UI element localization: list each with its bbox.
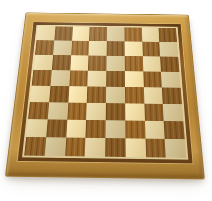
board-grid (24, 26, 186, 158)
square-b3[interactable] (48, 102, 68, 119)
square-f7[interactable] (124, 41, 142, 56)
square-d8[interactable] (89, 27, 107, 41)
square-e2[interactable] (105, 120, 125, 138)
square-d2[interactable] (86, 120, 106, 138)
square-f5[interactable] (125, 71, 144, 87)
square-c1[interactable] (65, 138, 86, 157)
frame-dark-trim-band (17, 22, 194, 165)
square-d7[interactable] (89, 41, 107, 56)
square-c7[interactable] (71, 41, 89, 56)
square-h3[interactable] (163, 104, 183, 121)
square-d3[interactable] (86, 103, 106, 120)
square-g7[interactable] (142, 42, 160, 57)
square-f8[interactable] (124, 27, 142, 41)
square-a3[interactable] (28, 102, 49, 119)
square-a6[interactable] (33, 55, 53, 70)
square-g4[interactable] (143, 87, 163, 104)
board-frame (5, 12, 205, 179)
square-e7[interactable] (107, 41, 125, 56)
square-b7[interactable] (53, 40, 72, 55)
square-h5[interactable] (161, 72, 181, 88)
square-g3[interactable] (144, 104, 164, 121)
square-f1[interactable] (125, 138, 145, 157)
square-c6[interactable] (70, 55, 89, 70)
square-d6[interactable] (88, 56, 106, 71)
square-f2[interactable] (125, 120, 145, 138)
square-e6[interactable] (106, 56, 124, 71)
square-d4[interactable] (87, 86, 106, 103)
square-b1[interactable] (44, 137, 65, 156)
square-b4[interactable] (49, 86, 69, 103)
square-a8[interactable] (37, 26, 56, 40)
square-a1[interactable] (24, 137, 46, 156)
square-e3[interactable] (106, 103, 125, 120)
square-c2[interactable] (66, 120, 86, 138)
square-c8[interactable] (72, 27, 90, 41)
square-g5[interactable] (143, 71, 162, 87)
square-e1[interactable] (105, 138, 125, 157)
square-a5[interactable] (32, 70, 52, 86)
square-e4[interactable] (106, 87, 125, 104)
square-f4[interactable] (125, 87, 144, 104)
square-c3[interactable] (67, 103, 87, 120)
square-b6[interactable] (52, 55, 71, 70)
square-h1[interactable] (165, 139, 186, 158)
photo-background (0, 0, 212, 201)
square-c4[interactable] (68, 86, 88, 103)
square-h6[interactable] (160, 57, 179, 72)
square-g1[interactable] (145, 139, 166, 158)
square-g8[interactable] (141, 28, 159, 42)
square-a7[interactable] (35, 40, 54, 55)
square-f3[interactable] (125, 103, 145, 120)
square-c5[interactable] (69, 70, 88, 86)
square-b5[interactable] (50, 70, 70, 86)
square-d1[interactable] (85, 138, 106, 157)
square-e5[interactable] (106, 71, 125, 87)
square-a4[interactable] (30, 86, 50, 103)
square-b2[interactable] (46, 119, 67, 137)
square-b8[interactable] (54, 26, 72, 40)
square-h7[interactable] (160, 42, 179, 57)
chess-board (5, 12, 205, 179)
square-g2[interactable] (145, 121, 165, 139)
frame-inner-light-line (22, 25, 188, 160)
square-h2[interactable] (164, 121, 185, 139)
square-d5[interactable] (88, 71, 107, 87)
board-rotation-wrapper (0, 0, 212, 201)
square-h8[interactable] (159, 28, 177, 42)
square-h4[interactable] (162, 87, 182, 104)
square-g6[interactable] (142, 56, 161, 71)
square-f6[interactable] (125, 56, 143, 71)
square-e8[interactable] (107, 27, 125, 41)
square-a2[interactable] (26, 119, 47, 137)
